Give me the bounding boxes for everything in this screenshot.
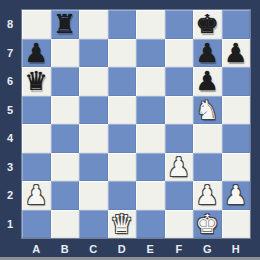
rank-labels: 87654321 [0,10,22,238]
square-b3[interactable] [51,153,80,182]
rank-label-3: 3 [0,153,20,182]
square-h6[interactable] [222,67,251,96]
square-f7[interactable] [165,39,194,68]
square-c5[interactable] [79,96,108,125]
rank-label-2: 2 [0,181,20,210]
square-d7[interactable] [108,39,137,68]
square-f3[interactable]: ♟ [165,153,194,182]
piece-white-pawn: ♟ [196,181,219,210]
square-f5[interactable] [165,96,194,125]
piece-white-pawn: ♟ [167,153,190,182]
square-f8[interactable] [165,10,194,39]
square-g2[interactable]: ♟ [193,181,222,210]
square-e4[interactable] [136,124,165,153]
square-h3[interactable] [222,153,251,182]
square-f6[interactable] [165,67,194,96]
file-label-f: F [165,241,194,257]
square-e8[interactable] [136,10,165,39]
square-b7[interactable] [51,39,80,68]
square-d1[interactable]: ♛ [108,210,137,239]
rank-label-4: 4 [0,124,20,153]
square-b6[interactable] [51,67,80,96]
square-b8[interactable]: ♜ [51,10,80,39]
square-h4[interactable] [222,124,251,153]
square-a7[interactable]: ♟ [22,39,51,68]
square-d5[interactable] [108,96,137,125]
piece-black-rook: ♜ [53,10,76,39]
square-g6[interactable]: ♟ [193,67,222,96]
square-a3[interactable] [22,153,51,182]
square-f2[interactable] [165,181,194,210]
square-h1[interactable] [222,210,251,239]
square-g4[interactable] [193,124,222,153]
square-b4[interactable] [51,124,80,153]
square-a4[interactable] [22,124,51,153]
square-f1[interactable] [165,210,194,239]
square-c7[interactable] [79,39,108,68]
square-e2[interactable] [136,181,165,210]
square-c1[interactable] [79,210,108,239]
file-label-b: B [51,241,80,257]
square-d8[interactable] [108,10,137,39]
rank-label-6: 6 [0,67,20,96]
file-label-d: D [108,241,137,257]
square-h5[interactable] [222,96,251,125]
square-c8[interactable] [79,10,108,39]
square-e1[interactable] [136,210,165,239]
square-h8[interactable] [222,10,251,39]
square-c6[interactable] [79,67,108,96]
piece-white-pawn: ♟ [25,181,48,210]
square-a8[interactable] [22,10,51,39]
square-d3[interactable] [108,153,137,182]
square-a5[interactable] [22,96,51,125]
square-e6[interactable] [136,67,165,96]
file-label-e: E [136,241,165,257]
square-h2[interactable]: ♟ [222,181,251,210]
file-label-h: H [222,241,251,257]
square-e7[interactable] [136,39,165,68]
square-g7[interactable]: ♟ [193,39,222,68]
square-g5[interactable]: ♞ [193,96,222,125]
file-labels: ABCDEFGH [22,239,250,257]
square-c4[interactable] [79,124,108,153]
square-d6[interactable] [108,67,137,96]
square-a6[interactable]: ♛ [22,67,51,96]
file-label-g: G [193,241,222,257]
square-e3[interactable] [136,153,165,182]
square-b5[interactable] [51,96,80,125]
piece-white-queen: ♛ [110,210,133,239]
square-d2[interactable] [108,181,137,210]
file-label-c: C [79,241,108,257]
piece-black-queen: ♛ [25,67,48,96]
piece-black-pawn: ♟ [224,39,247,68]
square-a2[interactable]: ♟ [22,181,51,210]
rank-label-5: 5 [0,96,20,125]
rank-label-8: 8 [0,10,20,39]
piece-black-pawn: ♟ [196,67,219,96]
piece-white-pawn: ♟ [224,181,247,210]
square-e5[interactable] [136,96,165,125]
square-h7[interactable]: ♟ [222,39,251,68]
square-a1[interactable] [22,210,51,239]
square-c3[interactable] [79,153,108,182]
square-f4[interactable] [165,124,194,153]
piece-white-king: ♚ [196,210,219,239]
piece-black-king: ♚ [196,10,219,39]
rank-label-1: 1 [0,210,20,239]
rank-label-7: 7 [0,39,20,68]
square-g3[interactable] [193,153,222,182]
square-g1[interactable]: ♚ [193,210,222,239]
square-b2[interactable] [51,181,80,210]
square-d4[interactable] [108,124,137,153]
piece-black-pawn: ♟ [25,39,48,68]
square-g8[interactable]: ♚ [193,10,222,39]
square-c2[interactable] [79,181,108,210]
piece-black-pawn: ♟ [196,39,219,68]
file-label-a: A [22,241,51,257]
square-b1[interactable] [51,210,80,239]
piece-white-knight: ♞ [196,96,219,125]
chess-diagram: 87654321 ♜♚♟♟♟♛♟♞♟♟♟♟♛♚ ABCDEFGH [0,0,260,260]
board: ♜♚♟♟♟♛♟♞♟♟♟♟♛♚ [22,10,250,238]
